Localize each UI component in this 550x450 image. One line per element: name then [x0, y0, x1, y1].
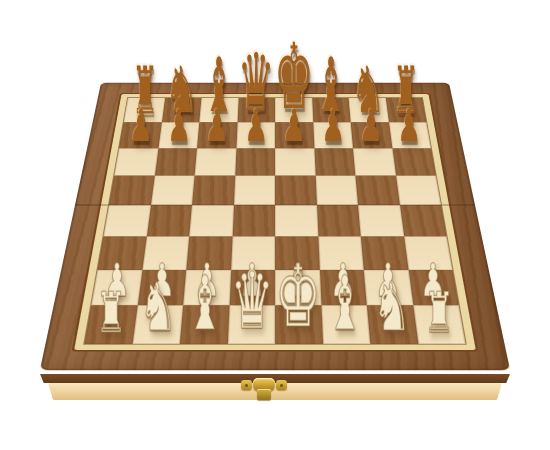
square-h5[interactable] [396, 176, 441, 205]
square-g3[interactable] [361, 236, 408, 269]
square-c4[interactable] [189, 205, 233, 236]
square-b8[interactable] [161, 98, 201, 122]
square-d2[interactable] [229, 270, 275, 306]
square-c3[interactable] [186, 236, 232, 269]
square-h8[interactable] [385, 98, 426, 122]
square-b2[interactable] [137, 270, 186, 306]
square-e6[interactable] [275, 148, 315, 176]
clasp-tab [257, 389, 271, 400]
square-f4[interactable] [317, 205, 361, 236]
square-g1[interactable] [367, 305, 418, 343]
square-c8[interactable] [199, 98, 238, 122]
square-a8[interactable] [124, 98, 165, 122]
square-b7[interactable] [158, 122, 199, 148]
square-c1[interactable] [180, 305, 229, 343]
square-b5[interactable] [151, 176, 195, 205]
brass-clasp [241, 377, 287, 401]
square-a7[interactable] [119, 122, 161, 148]
square-h7[interactable] [389, 122, 431, 148]
square-e3[interactable] [275, 236, 319, 269]
chess-board [40, 83, 510, 370]
square-f1[interactable] [321, 305, 370, 343]
square-a4[interactable] [103, 205, 150, 236]
square-d5[interactable] [234, 176, 276, 205]
square-f6[interactable] [314, 148, 355, 176]
clasp-screw-right [276, 380, 287, 390]
square-d6[interactable] [235, 148, 275, 176]
clasp-screw-left [241, 380, 252, 390]
square-h2[interactable] [408, 270, 459, 306]
square-h4[interactable] [400, 205, 447, 236]
square-g6[interactable] [353, 148, 396, 176]
square-g7[interactable] [351, 122, 392, 148]
square-h1[interactable] [413, 305, 466, 343]
square-f2[interactable] [319, 270, 367, 306]
square-h3[interactable] [404, 236, 453, 269]
square-f7[interactable] [313, 122, 353, 148]
square-f3[interactable] [318, 236, 364, 269]
square-a1[interactable] [84, 305, 137, 343]
square-g2[interactable] [364, 270, 413, 306]
square-c7[interactable] [197, 122, 237, 148]
square-e1[interactable] [275, 305, 323, 343]
square-a2[interactable] [91, 270, 142, 306]
square-c5[interactable] [192, 176, 235, 205]
square-a3[interactable] [98, 236, 147, 269]
chess-set-photo: ♜♞♝♛♚♝♞♜♟♟♟♟♟♟♟♟♟♟♟♟♟♟♟♟♜♞♝♛♚♝♞♜ [0, 0, 550, 450]
square-e2[interactable] [275, 270, 321, 306]
square-h6[interactable] [392, 148, 436, 176]
square-g8[interactable] [349, 98, 389, 122]
square-d1[interactable] [227, 305, 275, 343]
square-a6[interactable] [114, 148, 158, 176]
square-d4[interactable] [232, 205, 275, 236]
square-d8[interactable] [237, 98, 275, 122]
square-b6[interactable] [154, 148, 197, 176]
square-g5[interactable] [355, 176, 399, 205]
square-c6[interactable] [195, 148, 236, 176]
square-g4[interactable] [358, 205, 404, 236]
square-e4[interactable] [275, 205, 318, 236]
square-d3[interactable] [231, 236, 275, 269]
square-e7[interactable] [275, 122, 314, 148]
board-hinge-seam [75, 204, 475, 205]
square-e8[interactable] [275, 98, 313, 122]
board-grid [84, 98, 465, 344]
square-b3[interactable] [142, 236, 189, 269]
square-c2[interactable] [183, 270, 231, 306]
square-d7[interactable] [236, 122, 275, 148]
square-f5[interactable] [315, 176, 358, 205]
square-b1[interactable] [132, 305, 183, 343]
square-a5[interactable] [109, 176, 154, 205]
square-b4[interactable] [146, 205, 192, 236]
square-e5[interactable] [275, 176, 317, 205]
square-f8[interactable] [312, 98, 351, 122]
